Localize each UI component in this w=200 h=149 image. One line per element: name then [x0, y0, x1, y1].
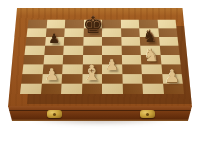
square-a5[interactable] — [24, 46, 44, 55]
square-d4[interactable] — [82, 55, 102, 64]
square-c3[interactable] — [62, 64, 82, 74]
square-d8[interactable] — [83, 20, 102, 28]
square-b6[interactable] — [45, 37, 65, 46]
square-b5[interactable] — [44, 46, 64, 55]
square-b4[interactable] — [43, 55, 63, 64]
square-a4[interactable] — [23, 55, 43, 64]
square-g6[interactable] — [140, 37, 160, 46]
square-e4[interactable] — [102, 55, 122, 64]
box-front-edge — [8, 106, 192, 121]
square-b2[interactable] — [41, 74, 62, 84]
square-e5[interactable] — [102, 46, 121, 55]
square-h1[interactable] — [163, 84, 184, 94]
square-e6[interactable] — [102, 37, 121, 46]
brass-latch-right[interactable] — [140, 110, 155, 118]
square-f1[interactable] — [122, 84, 143, 94]
square-b1[interactable] — [41, 84, 62, 94]
square-d3[interactable] — [82, 64, 102, 74]
square-h8[interactable] — [157, 20, 176, 28]
square-a3[interactable] — [22, 64, 43, 74]
square-a6[interactable] — [26, 37, 46, 46]
brass-latch-left[interactable] — [47, 110, 62, 118]
playing-area — [20, 19, 184, 94]
square-c7[interactable] — [64, 28, 83, 37]
square-g1[interactable] — [142, 84, 163, 94]
square-e2[interactable] — [102, 74, 122, 84]
square-e3[interactable] — [102, 64, 122, 74]
square-c4[interactable] — [63, 55, 83, 64]
square-b3[interactable] — [42, 64, 62, 74]
square-e1[interactable] — [102, 84, 123, 94]
square-f5[interactable] — [121, 46, 141, 55]
square-f8[interactable] — [120, 20, 139, 28]
square-d1[interactable] — [82, 84, 103, 94]
square-a7[interactable] — [27, 28, 47, 37]
square-a2[interactable] — [21, 74, 42, 84]
square-d5[interactable] — [83, 46, 102, 55]
square-h2[interactable] — [162, 74, 183, 84]
square-f6[interactable] — [121, 37, 140, 46]
square-g2[interactable] — [142, 74, 163, 84]
square-c1[interactable] — [61, 84, 82, 94]
square-c8[interactable] — [65, 20, 84, 28]
square-a8[interactable] — [28, 20, 47, 28]
square-b8[interactable] — [46, 20, 65, 28]
square-h7[interactable] — [158, 28, 178, 37]
square-f3[interactable] — [122, 64, 142, 74]
square-e7[interactable] — [102, 28, 121, 37]
square-d6[interactable] — [83, 37, 102, 46]
square-g5[interactable] — [140, 46, 160, 55]
chess-set-photo: ♚♟♞♞♟♟♝♟ — [0, 0, 200, 149]
square-c5[interactable] — [63, 46, 83, 55]
square-f2[interactable] — [122, 74, 142, 84]
square-d2[interactable] — [82, 74, 102, 84]
square-h6[interactable] — [159, 37, 179, 46]
square-g3[interactable] — [141, 64, 161, 74]
square-c2[interactable] — [62, 74, 82, 84]
square-h4[interactable] — [160, 55, 180, 64]
square-f4[interactable] — [121, 55, 141, 64]
square-g4[interactable] — [141, 55, 161, 64]
square-g8[interactable] — [139, 20, 158, 28]
square-h5[interactable] — [159, 46, 179, 55]
square-b7[interactable] — [45, 28, 64, 37]
square-d7[interactable] — [83, 28, 102, 37]
square-a1[interactable] — [20, 84, 41, 94]
square-h3[interactable] — [161, 64, 182, 74]
chess-board-grid — [20, 20, 184, 94]
square-f7[interactable] — [121, 28, 140, 37]
square-e8[interactable] — [102, 20, 121, 28]
square-c6[interactable] — [64, 37, 83, 46]
square-g7[interactable] — [139, 28, 158, 37]
